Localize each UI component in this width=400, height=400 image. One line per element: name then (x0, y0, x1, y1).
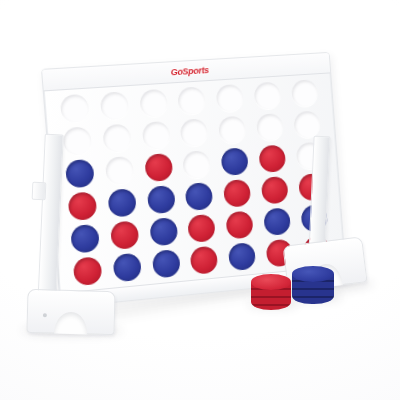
empty-hole (291, 80, 319, 108)
empty-hole (60, 94, 90, 123)
empty-hole (139, 89, 168, 118)
cell-r6c2 (106, 249, 148, 285)
cell-r3c2 (98, 153, 140, 188)
gosports-logo: GoSports (170, 65, 209, 77)
red-disc (190, 245, 219, 274)
cell-r1c3 (133, 86, 174, 121)
blue-disc (107, 188, 136, 218)
cell-r3c4 (177, 147, 218, 182)
cell-r6c5 (222, 239, 262, 274)
empty-hole (141, 121, 170, 150)
cell-r2c5 (212, 113, 252, 147)
blue-disc (228, 242, 256, 271)
cell-r1c1 (53, 91, 96, 126)
blue-disc (185, 182, 214, 211)
cell-r5c3 (143, 214, 184, 249)
cell-r6c4 (184, 242, 225, 277)
cell-r5c6 (257, 204, 297, 239)
cell-r1c2 (93, 89, 135, 124)
empty-hole (62, 127, 92, 156)
empty-hole (254, 82, 282, 110)
empty-hole (256, 113, 284, 141)
cell-r3c1 (59, 156, 101, 191)
cell-r1c6 (248, 79, 288, 113)
cell-r6c1 (66, 253, 108, 289)
cell-r4c5 (217, 176, 257, 211)
cell-r3c6 (253, 142, 293, 176)
cell-r1c4 (172, 84, 213, 118)
red-disc (144, 153, 173, 182)
cell-r4c6 (255, 173, 295, 207)
red-disc (67, 191, 97, 221)
empty-hole (216, 84, 244, 113)
empty-hole (105, 156, 134, 185)
cell-r5c4 (182, 211, 223, 246)
red-disc (259, 145, 287, 174)
cell-r2c6 (250, 110, 290, 144)
cell-r3c3 (138, 150, 179, 185)
cell-r4c1 (61, 188, 103, 224)
red-disc (73, 256, 103, 286)
blue-disc (149, 217, 178, 246)
blue-disc (221, 147, 249, 176)
empty-hole (293, 111, 321, 139)
cell-r2c4 (174, 116, 215, 151)
cell-r5c1 (64, 221, 106, 257)
empty-hole (178, 87, 207, 116)
blue-disc (70, 224, 100, 254)
blue-chip-stack (292, 266, 334, 304)
empty-hole (100, 92, 130, 121)
red-disc (188, 213, 217, 242)
red-chip-top-face (251, 274, 291, 290)
cell-r5c5 (220, 207, 260, 242)
blue-disc (65, 159, 95, 189)
empty-hole (218, 116, 246, 145)
blue-disc (151, 249, 180, 279)
red-disc (110, 220, 139, 250)
empty-hole (183, 150, 212, 179)
cell-r1c7 (285, 77, 324, 111)
empty-hole (102, 124, 132, 153)
cell-r4c4 (179, 179, 220, 214)
left-foot (26, 289, 115, 335)
cell-r4c3 (140, 182, 181, 217)
red-chip-stack (251, 274, 291, 310)
left-foot-arch-cutout (54, 312, 87, 335)
blue-chip-top-face (292, 266, 334, 282)
red-disc (261, 176, 289, 205)
product-photo-scene: GoSports (0, 0, 400, 400)
red-disc (226, 210, 254, 239)
cell-r5c2 (104, 217, 146, 253)
blue-disc (112, 252, 141, 282)
red-disc (223, 179, 251, 208)
cell-r6c3 (145, 246, 186, 282)
left-foot-peg-hole (42, 313, 46, 317)
blue-disc (263, 207, 291, 236)
cell-r4c2 (101, 185, 143, 220)
empty-hole (180, 118, 209, 147)
blue-disc (146, 185, 175, 214)
cell-r3c5 (215, 144, 255, 178)
left-post-bracket (32, 182, 47, 201)
cell-r2c3 (135, 118, 176, 153)
cell-r2c2 (96, 121, 138, 156)
cell-r1c5 (210, 82, 250, 116)
